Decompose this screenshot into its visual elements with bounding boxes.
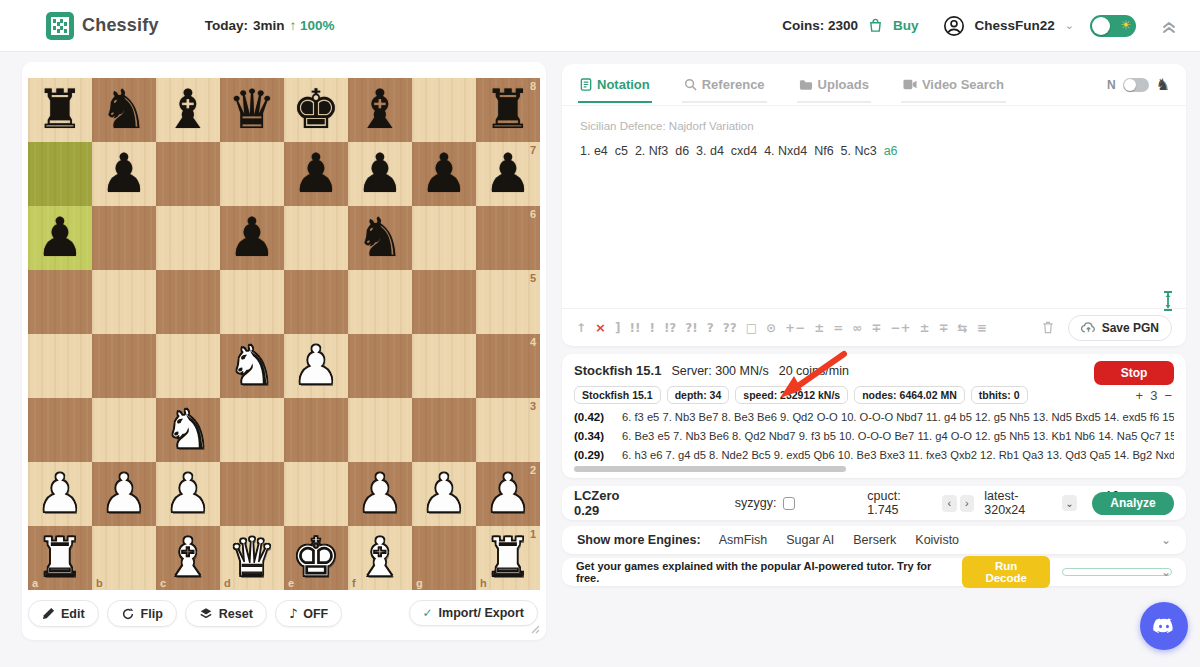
square-h5[interactable]: 5: [476, 270, 540, 334]
syzygy-checkbox[interactable]: [783, 497, 796, 510]
square-h6[interactable]: 6: [476, 206, 540, 270]
black-bishop-f8[interactable]: ♝: [348, 78, 412, 142]
square-g3[interactable]: [412, 398, 476, 462]
rank-label-7: 7: [530, 144, 536, 156]
engine-header: Stockfish 15.1 Server: 300 MN/s 20 coins…: [574, 363, 1174, 378]
annotation-toolbar: ↑×]!!!!??!???□⊙+−±=∞∓−+±∓⇆≡ Save PGN: [562, 308, 1186, 346]
annotation-icon-1[interactable]: ×: [595, 320, 606, 335]
engine-option-koivisto[interactable]: Koivisto: [915, 533, 959, 547]
rank-label-8: 8: [530, 80, 536, 92]
save-pgn-button[interactable]: Save PGN: [1068, 315, 1172, 341]
reset-button[interactable]: Reset: [185, 600, 267, 627]
decode-promo-text: Get your games explained with the popula…: [576, 560, 950, 584]
folder-icon: [799, 79, 813, 91]
white-pawn-e4[interactable]: ♟: [284, 334, 348, 398]
black-queen-d8[interactable]: ♛: [220, 78, 284, 142]
black-rook-a8[interactable]: ♜: [28, 78, 92, 142]
rank-label-3: 3: [530, 400, 536, 412]
analyze-button[interactable]: Analyze: [1092, 492, 1174, 515]
square-e8[interactable]: ♚: [284, 78, 348, 142]
toggle-knob: [1124, 79, 1136, 91]
annotation-icon-2[interactable]: ]: [615, 321, 620, 335]
square-g4[interactable]: [412, 334, 476, 398]
lines-plus-button[interactable]: +: [1136, 388, 1144, 403]
notation-toggle[interactable]: [1123, 78, 1149, 92]
engine-title: Stockfish 15.1: [574, 363, 661, 378]
annotation-icon-8[interactable]: ??: [723, 321, 737, 335]
expand-engines-chevron-icon[interactable]: ⌄: [1161, 533, 1171, 547]
rank-label-4: 4: [530, 336, 536, 348]
pencil-icon: [42, 607, 55, 620]
board-panel: ♜♞♝♛♚♝♜8♟♟♟♟♟7♟♟♞65♞♟4♞3♟♟♟♟♟♟2♜ab♝c♛d♚e…: [22, 62, 546, 640]
square-h1[interactable]: ♜1h: [476, 526, 540, 590]
collapse-header-icon[interactable]: [1160, 18, 1178, 34]
layers-icon: [199, 607, 213, 620]
file-label-b: b: [96, 577, 103, 589]
more-engines-label: Show more Engines:: [577, 533, 701, 547]
chess-board[interactable]: ♜♞♝♛♚♝♜8♟♟♟♟♟7♟♟♞65♞♟4♞3♟♟♟♟♟♟2♜ab♝c♛d♚e…: [28, 78, 540, 590]
buy-button[interactable]: Buy: [893, 18, 919, 33]
today-usage: Today: 3min ↑ 100%: [205, 18, 335, 33]
engine-option-sugar-ai[interactable]: Sugar AI: [786, 533, 834, 547]
tab-notation[interactable]: Notation: [578, 66, 652, 103]
engine-option-asmfish[interactable]: AsmFish: [719, 533, 768, 547]
edit-button[interactable]: Edit: [28, 600, 99, 627]
opening-name: Sicilian Defence: Najdorf Variation: [580, 120, 1168, 132]
square-d4[interactable]: ♞: [220, 334, 284, 398]
discord-chat-button[interactable]: [1140, 602, 1188, 650]
square-g7[interactable]: ♟: [412, 142, 476, 206]
shopping-bag-icon: [868, 18, 883, 33]
annotation-icon-10[interactable]: ⊙: [766, 321, 776, 335]
notation-mode-label: N: [1107, 78, 1116, 92]
network-chevron-icon[interactable]: ⌄: [1062, 495, 1078, 511]
moves-area: Sicilian Defence: Najdorf Variation 1. e…: [562, 106, 1186, 172]
user-avatar-icon[interactable]: [943, 15, 965, 37]
music-note-icon: ♪: [289, 606, 297, 621]
annotation-icon-11[interactable]: +−: [785, 321, 805, 335]
square-a7[interactable]: [28, 142, 92, 206]
black-king-e8[interactable]: ♚: [284, 78, 348, 142]
square-a1[interactable]: ♜a: [28, 526, 92, 590]
lczero-panel: LCZero 0.29 syzygy: cpuct: 1.745 ‹ › lat…: [562, 486, 1186, 520]
engine-stat-pill-1: depth: 34: [667, 386, 730, 404]
coins-balance: Coins: 2300: [782, 18, 858, 33]
expand-decode-chevron-icon[interactable]: ⌄: [1161, 565, 1171, 579]
square-d1[interactable]: ♛d: [220, 526, 284, 590]
square-f7[interactable]: ♟: [348, 142, 412, 206]
square-d7[interactable]: [220, 142, 284, 206]
file-label-h: h: [480, 577, 487, 589]
square-g8[interactable]: [412, 78, 476, 142]
annotation-icon-13[interactable]: =: [833, 321, 843, 335]
line-eval: (0.29): [574, 449, 614, 461]
square-e2[interactable]: [284, 462, 348, 526]
annotation-icon-14[interactable]: ∞: [852, 321, 862, 335]
more-engines-panel: Show more Engines: AsmFishSugar AIBerser…: [562, 526, 1186, 554]
board-buttons-row: Edit Flip Reset ♪ OFF: [28, 600, 342, 627]
today-change: ↑ 100%: [289, 18, 334, 33]
notation-panel: Notation Reference Uploads Video Search …: [562, 64, 1186, 346]
theme-toggle[interactable]: ☀: [1090, 15, 1136, 37]
square-f4[interactable]: [348, 334, 412, 398]
square-d3[interactable]: [220, 398, 284, 462]
moves-prefix[interactable]: 1. e4 c5 2. Nf3 d6 3. d4 cxd4 4. Nxd4 Nf…: [580, 144, 884, 158]
chessify-logo-icon[interactable]: [46, 12, 74, 40]
engine-analysis-lines: (0.42)6. f3 e5 7. Nb3 Be7 8. Be3 Be6 9. …: [574, 411, 1174, 468]
square-c8[interactable]: ♝: [156, 78, 220, 142]
current-move[interactable]: a6: [884, 144, 898, 158]
square-c2[interactable]: ♟: [156, 462, 220, 526]
cloud-upload-icon: [1081, 322, 1096, 333]
line-eval: (0.34): [574, 430, 614, 442]
engine-name-list: AsmFishSugar AIBerserkKoivisto: [719, 533, 959, 547]
square-b8[interactable]: ♞: [92, 78, 156, 142]
engine-panel: Stockfish 15.1 Server: 300 MN/s 20 coins…: [562, 354, 1186, 478]
check-icon: ✓: [423, 606, 433, 620]
lines-count-control: + 3 −: [1136, 388, 1172, 403]
square-f1[interactable]: ♝f: [348, 526, 412, 590]
annotation-icon-6[interactable]: ?!: [685, 321, 697, 335]
top-header: Chessify Today: 3min ↑ 100% Coins: 2300 …: [0, 0, 1200, 52]
square-b7[interactable]: ♟: [92, 142, 156, 206]
square-c3[interactable]: ♞: [156, 398, 220, 462]
annotation-icon-17[interactable]: ±: [919, 321, 929, 335]
cpuct-decrease-button[interactable]: ‹: [942, 495, 957, 512]
chessify-app: Chessify Today: 3min ↑ 100% Coins: 2300 …: [0, 0, 1200, 667]
engine-rate: 20 coins/min: [779, 364, 849, 378]
import-export-button[interactable]: ✓ Import/ Export: [409, 600, 538, 626]
file-label-c: c: [160, 577, 166, 589]
file-label-f: f: [352, 577, 356, 589]
white-pawn-g2[interactable]: ♟: [412, 462, 476, 526]
today-label: Today:: [205, 18, 248, 33]
annotation-icon-20[interactable]: ≡: [977, 321, 987, 335]
cpuct-value: cpuct: 1.745: [867, 489, 934, 517]
square-a8[interactable]: ♜: [28, 78, 92, 142]
square-b6[interactable]: [92, 206, 156, 270]
engine-stat-pill-3: nodes: 6464.02 MN: [854, 386, 965, 404]
square-e3[interactable]: [284, 398, 348, 462]
brand-title: Chessify: [82, 15, 159, 36]
square-e7[interactable]: ♟: [284, 142, 348, 206]
engine-stats-row: Stockfish 15.1depth: 34speed: 232912 kN/…: [574, 386, 1174, 404]
square-h8[interactable]: ♜8: [476, 78, 540, 142]
annotation-icon-3[interactable]: !!: [629, 321, 640, 335]
resize-corner-handle[interactable]: [530, 624, 540, 634]
search-icon: [684, 78, 697, 91]
square-g1[interactable]: g: [412, 526, 476, 590]
engine-stat-pill-2: speed: 232912 kN/s: [735, 386, 848, 404]
engine-stat-pill-4: tbhits: 0: [971, 386, 1028, 404]
white-pawn-a2[interactable]: ♟: [28, 462, 92, 526]
line-eval: (0.42): [574, 411, 614, 423]
rotate-icon: [121, 607, 135, 621]
square-a3[interactable]: [28, 398, 92, 462]
square-f5[interactable]: [348, 270, 412, 334]
square-f6[interactable]: ♞: [348, 206, 412, 270]
engine-stat-pill-0: Stockfish 15.1: [574, 386, 661, 404]
white-knight-c3[interactable]: ♞: [156, 398, 220, 462]
file-label-g: g: [416, 577, 423, 589]
square-a4[interactable]: [28, 334, 92, 398]
black-pawn-d6[interactable]: ♟: [220, 206, 284, 270]
black-knight-f6[interactable]: ♞: [348, 206, 412, 270]
chevron-down-icon[interactable]: ⌄: [1065, 19, 1074, 32]
run-decode-button[interactable]: Run Decode: [962, 556, 1050, 588]
notation-doc-icon: [580, 78, 592, 91]
black-pawn-e7[interactable]: ♟: [284, 142, 348, 206]
engine-server: Server: 300 MN/s: [671, 364, 768, 378]
square-b3[interactable]: [92, 398, 156, 462]
square-g5[interactable]: [412, 270, 476, 334]
horizontal-scrollbar[interactable]: [574, 466, 846, 472]
square-b1[interactable]: b: [92, 526, 156, 590]
square-h7[interactable]: ♟7: [476, 142, 540, 206]
toggle-knob: [1092, 17, 1110, 35]
annotation-icon-9[interactable]: □: [746, 321, 757, 335]
annotation-icon-4[interactable]: !: [649, 321, 654, 335]
black-bishop-c8[interactable]: ♝: [156, 78, 220, 142]
lines-minus-button[interactable]: −: [1164, 388, 1172, 403]
file-label-d: d: [224, 577, 231, 589]
tab-reference[interactable]: Reference: [682, 66, 767, 103]
square-g6[interactable]: [412, 206, 476, 270]
square-e6[interactable]: [284, 206, 348, 270]
square-h3[interactable]: 3: [476, 398, 540, 462]
analysis-line-1[interactable]: (0.42)6. f3 e5 7. Nb3 Be7 8. Be3 Be6 9. …: [574, 411, 1174, 430]
discord-icon: [1151, 616, 1177, 637]
engine-option-berserk[interactable]: Berserk: [853, 533, 896, 547]
square-c4[interactable]: [156, 334, 220, 398]
lines-count: 3: [1150, 388, 1157, 403]
annotation-icon-16[interactable]: −+: [890, 321, 910, 335]
square-f3[interactable]: [348, 398, 412, 462]
today-value: 3min: [253, 18, 285, 33]
square-a2[interactable]: ♟: [28, 462, 92, 526]
black-pawn-a6[interactable]: ♟: [28, 206, 92, 270]
line-moves[interactable]: 6. h3 e6 7. g4 d5 8. Nde2 Bc5 9. exd5 Qb…: [622, 449, 1174, 461]
tabs-row: Notation Reference Uploads Video Search …: [562, 64, 1186, 106]
black-pawn-g7[interactable]: ♟: [412, 142, 476, 206]
square-c7[interactable]: [156, 142, 220, 206]
square-e4[interactable]: ♟: [284, 334, 348, 398]
trash-icon[interactable]: [1042, 321, 1054, 334]
username[interactable]: ChessFun22: [975, 18, 1055, 33]
square-h2[interactable]: ♟2: [476, 462, 540, 526]
file-label-a: a: [32, 577, 38, 589]
annotation-icons: ↑×]!!!!??!???□⊙+−±=∞∓−+±∓⇆≡: [576, 320, 1042, 335]
rank-label-2: 2: [530, 464, 536, 476]
square-d6[interactable]: ♟: [220, 206, 284, 270]
square-c5[interactable]: [156, 270, 220, 334]
white-pawn-b2[interactable]: ♟: [92, 462, 156, 526]
square-c6[interactable]: [156, 206, 220, 270]
square-f2[interactable]: ♟: [348, 462, 412, 526]
network-select[interactable]: latest-320x24: [984, 489, 1057, 517]
decode-panel: Get your games explained with the popula…: [562, 558, 1186, 586]
line-moves[interactable]: 6. Be3 e5 7. Nb3 Be6 8. Qd2 Nbd7 9. f3 b…: [622, 430, 1174, 442]
line-moves[interactable]: 6. f3 e5 7. Nb3 Be7 8. Be3 Be6 9. Qd2 O-…: [622, 411, 1174, 423]
sound-off-button[interactable]: ♪ OFF: [275, 600, 342, 627]
square-e5[interactable]: [284, 270, 348, 334]
black-knight-b8[interactable]: ♞: [92, 78, 156, 142]
square-f8[interactable]: ♝: [348, 78, 412, 142]
annotation-icon-18[interactable]: ∓: [939, 321, 949, 335]
square-d8[interactable]: ♛: [220, 78, 284, 142]
analysis-line-2[interactable]: (0.34)6. Be3 e5 7. Nb3 Be6 8. Qd2 Nbd7 9…: [574, 430, 1174, 449]
annotation-icon-5[interactable]: !?: [664, 321, 676, 335]
square-a5[interactable]: [28, 270, 92, 334]
stop-button[interactable]: Stop: [1094, 361, 1174, 385]
move-list[interactable]: 1. e4 c5 2. Nf3 d6 3. d4 cxd4 4. Nxd4 Nf…: [580, 144, 1168, 158]
white-pawn-c2[interactable]: ♟: [156, 462, 220, 526]
tab-uploads[interactable]: Uploads: [797, 66, 871, 103]
square-d2[interactable]: [220, 462, 284, 526]
video-camera-icon: [903, 79, 917, 90]
square-h4[interactable]: 4: [476, 334, 540, 398]
square-b4[interactable]: [92, 334, 156, 398]
annotation-icon-0[interactable]: ↑: [576, 321, 586, 335]
flip-button[interactable]: Flip: [107, 600, 177, 627]
annotation-icon-12[interactable]: ±: [814, 321, 824, 335]
square-d5[interactable]: [220, 270, 284, 334]
square-c1[interactable]: ♝c: [156, 526, 220, 590]
sun-icon: ☀: [1120, 18, 1131, 32]
cpuct-increase-button[interactable]: ›: [960, 495, 975, 512]
white-pawn-f2[interactable]: ♟: [348, 462, 412, 526]
tab-video-search[interactable]: Video Search: [901, 66, 1006, 103]
lczero-title: LCZero 0.29: [574, 488, 647, 518]
rank-label-5: 5: [530, 272, 536, 284]
black-pawn-b7[interactable]: ♟: [92, 142, 156, 206]
square-b2[interactable]: ♟: [92, 462, 156, 526]
annotation-icon-19[interactable]: ⇆: [958, 321, 968, 335]
square-e1[interactable]: ♚e: [284, 526, 348, 590]
square-g2[interactable]: ♟: [412, 462, 476, 526]
annotation-icon-7[interactable]: ?: [707, 321, 714, 335]
white-bishop-f1[interactable]: ♝: [348, 526, 412, 590]
annotation-icon-15[interactable]: ∓: [871, 321, 881, 335]
white-knight-d4[interactable]: ♞: [220, 334, 284, 398]
black-pawn-f7[interactable]: ♟: [348, 142, 412, 206]
chessboard-logo-pattern: [51, 17, 69, 35]
file-label-e: e: [288, 577, 294, 589]
rank-label-1: 1: [530, 528, 536, 540]
syzygy-label: syzygy:: [735, 496, 777, 510]
knight-piece-icon[interactable]: ♞: [1156, 75, 1170, 94]
decode-progress-bar: [1062, 568, 1172, 576]
square-a6[interactable]: ♟: [28, 206, 92, 270]
rank-label-6: 6: [530, 208, 536, 220]
square-b5[interactable]: [92, 270, 156, 334]
